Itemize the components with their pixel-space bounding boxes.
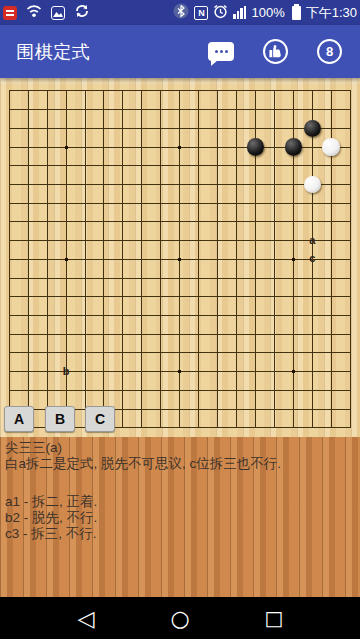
black-stone-Q16 <box>285 138 303 156</box>
star-point <box>178 370 181 373</box>
sync-icon <box>74 3 90 23</box>
app-title: 围棋定式 <box>16 40 90 64</box>
status-icons-right: N 100% 下午1:30 <box>173 3 357 22</box>
battery-percent: 100% <box>251 5 284 20</box>
alarm-icon <box>213 4 228 22</box>
phone-screen: N 100% 下午1:30 围棋定式 <box>0 0 360 639</box>
clock-text: 下午1:30 <box>306 4 357 22</box>
signal-icon <box>233 6 246 19</box>
grid-line-horizontal <box>9 315 351 316</box>
black-stone-O16 <box>247 138 265 156</box>
joseki-summary: 白a拆二是定式, 脱先不可思议, c位拆三也不行. <box>5 456 355 472</box>
star-point <box>178 258 181 261</box>
nfc-icon: N <box>194 6 208 20</box>
screenshot-icon <box>51 6 65 20</box>
counter-badge[interactable]: 8 <box>317 39 342 64</box>
grid-line-horizontal <box>9 390 351 391</box>
joseki-title: 尖三三(a) <box>5 440 355 456</box>
star-point <box>178 146 181 149</box>
go-board[interactable]: abc A B C <box>0 78 360 437</box>
star-point <box>65 146 68 149</box>
grid-line-vertical <box>274 90 275 428</box>
recents-icon[interactable]: □ <box>250 597 298 639</box>
move-note-b: b2 - 脱先, 不行. <box>5 510 355 526</box>
status-icons-left <box>3 3 90 23</box>
back-icon[interactable]: ◁ <box>62 597 110 639</box>
variation-button-c[interactable]: C <box>85 406 115 432</box>
comment-icon[interactable] <box>208 42 234 61</box>
star-point <box>292 258 295 261</box>
like-icon[interactable] <box>263 39 288 64</box>
point-label-a[interactable]: a <box>309 235 315 246</box>
red-app-icon <box>3 6 17 20</box>
wifi-icon <box>26 4 42 22</box>
white-stone-S16 <box>322 138 340 156</box>
status-bar: N 100% 下午1:30 <box>0 0 360 25</box>
move-note-a: a1 - 拆二, 正着. <box>5 494 355 510</box>
grid-line-vertical <box>236 90 237 428</box>
home-icon[interactable]: ○ <box>156 597 204 639</box>
battery-icon <box>292 6 301 20</box>
grid-line-vertical <box>217 90 218 428</box>
variation-button-b[interactable]: B <box>45 406 75 432</box>
commentary-panel: 尖三三(a) 白a拆二是定式, 脱先不可思议, c位拆三也不行. a1 - 拆二… <box>0 437 360 597</box>
black-stone-R17 <box>304 120 322 138</box>
navigation-bar: ◁ ○ □ <box>0 597 360 639</box>
app-bar: 围棋定式 8 <box>0 25 360 78</box>
grid-line-horizontal <box>9 352 351 353</box>
grid-line-vertical <box>350 90 351 428</box>
grid-line-vertical <box>198 90 199 428</box>
move-note-c: c3 - 拆三, 不行. <box>5 526 355 542</box>
star-point <box>65 258 68 261</box>
star-point <box>292 370 295 373</box>
variation-button-a[interactable]: A <box>4 406 34 432</box>
grid-line-horizontal <box>9 334 351 335</box>
bluetooth-icon <box>173 3 189 22</box>
grid-line-horizontal <box>9 296 351 297</box>
point-label-b[interactable]: b <box>63 366 70 377</box>
white-stone-R14 <box>304 176 322 194</box>
point-label-c[interactable]: c <box>309 253 315 264</box>
grid-line-horizontal <box>9 278 351 279</box>
